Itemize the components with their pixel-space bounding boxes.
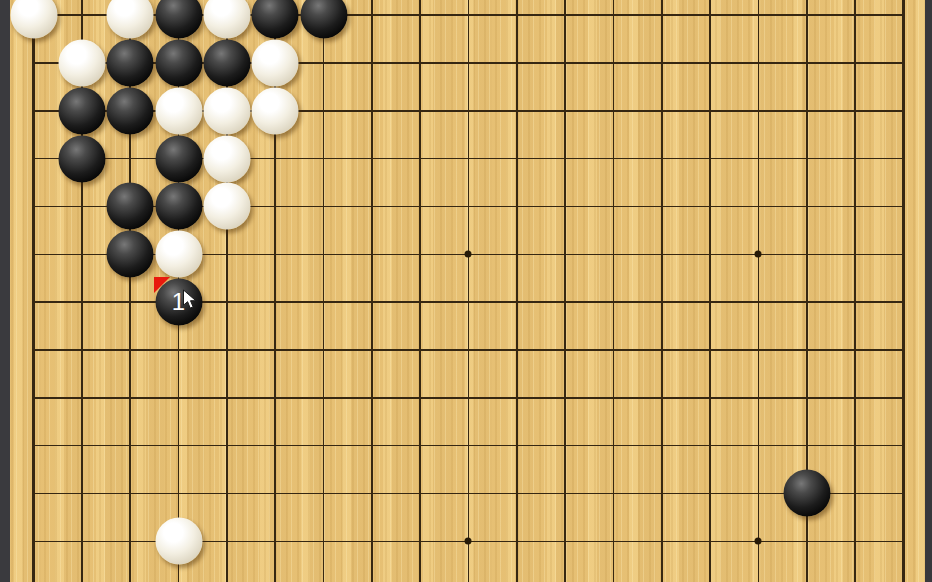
black-stone bbox=[783, 470, 830, 517]
black-stone bbox=[107, 183, 154, 230]
grid-line-vertical bbox=[902, 0, 904, 582]
white-stone bbox=[203, 0, 250, 39]
white-stone bbox=[107, 0, 154, 39]
goban[interactable]: 1 bbox=[0, 0, 932, 582]
black-stone bbox=[300, 0, 347, 39]
mouse-cursor-icon bbox=[183, 289, 198, 311]
grid-line-vertical bbox=[516, 0, 518, 582]
window-edge-right bbox=[925, 0, 932, 582]
grid-line-vertical bbox=[709, 0, 711, 582]
star-point bbox=[465, 538, 472, 545]
black-stone bbox=[58, 135, 105, 182]
go-app-window: 1 bbox=[0, 0, 932, 582]
black-stone bbox=[252, 0, 299, 39]
black-stone bbox=[155, 135, 202, 182]
grid-line-vertical bbox=[564, 0, 566, 582]
white-stone bbox=[203, 183, 250, 230]
grid-line-horizontal bbox=[32, 445, 904, 447]
white-stone bbox=[58, 39, 105, 86]
white-stone bbox=[252, 39, 299, 86]
black-stone bbox=[107, 39, 154, 86]
grid-line-vertical bbox=[371, 0, 373, 582]
grid-line-horizontal bbox=[32, 349, 904, 351]
grid-line-vertical bbox=[32, 0, 34, 582]
white-stone bbox=[203, 135, 250, 182]
star-point bbox=[755, 251, 762, 258]
black-stone bbox=[107, 87, 154, 134]
black-stone bbox=[107, 231, 154, 278]
black-stone bbox=[155, 39, 202, 86]
black-stone bbox=[58, 87, 105, 134]
grid-line-vertical bbox=[613, 0, 615, 582]
window-edge-left bbox=[0, 0, 10, 582]
white-stone bbox=[155, 87, 202, 134]
white-stone bbox=[252, 87, 299, 134]
grid-line-horizontal bbox=[32, 493, 904, 495]
black-stone bbox=[155, 0, 202, 39]
white-stone bbox=[155, 231, 202, 278]
white-stone bbox=[155, 518, 202, 565]
grid-line-vertical bbox=[854, 0, 856, 582]
star-point bbox=[465, 251, 472, 258]
grid-line-vertical bbox=[323, 0, 325, 582]
white-stone bbox=[10, 0, 57, 39]
black-stone bbox=[203, 39, 250, 86]
black-stone bbox=[155, 183, 202, 230]
grid-line-vertical bbox=[758, 0, 760, 582]
grid-line-horizontal bbox=[32, 397, 904, 399]
last-move-triangle-marker bbox=[154, 277, 170, 293]
grid-line-vertical bbox=[661, 0, 663, 582]
star-point bbox=[755, 538, 762, 545]
grid-line-vertical bbox=[419, 0, 421, 582]
white-stone bbox=[203, 87, 250, 134]
grid-line-vertical bbox=[468, 0, 470, 582]
